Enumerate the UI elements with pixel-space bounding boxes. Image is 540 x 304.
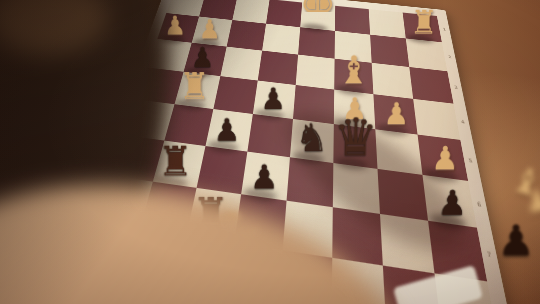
piece-white-rook-g4[interactable]: ♜ [179,68,210,105]
piece-white-pawn-g2[interactable]: ♟ [198,16,220,42]
square-b2[interactable] [370,35,409,67]
chess-photo-scene: hgfedcba12345678♚♜♜♝♟♟♟♟♟♚♛♜♜♞♟♟♟♟♟ ♟♟♝♟… [0,0,540,304]
piece-black-pawn-f5[interactable]: ♟ [214,115,240,146]
square-b3[interactable] [372,63,414,99]
square-e2[interactable] [262,24,300,55]
square-f6[interactable] [197,146,248,194]
piece-black-knight-d5[interactable]: ♞ [295,119,328,158]
piece-white-pawn-b4[interactable]: ♟ [383,99,409,129]
piece-white-pawn-a5[interactable]: ♟ [431,142,459,174]
piece-white-pawn-h2[interactable]: ♟ [164,12,186,38]
piece-black-pawn-a6[interactable]: ♟ [437,186,467,220]
square-c1[interactable] [335,6,370,35]
square-a3[interactable] [409,67,453,104]
square-f3[interactable] [220,47,262,81]
square-e5[interactable] [247,114,293,157]
square-d2[interactable] [298,27,335,58]
square-e3[interactable] [258,51,298,85]
piece-white-king-d1[interactable]: ♚ [299,0,336,27]
square-d3[interactable] [296,55,335,90]
piece-black-queen-c5[interactable]: ♛ [333,111,378,163]
piece-black-pawn-e4[interactable]: ♟ [261,84,286,114]
square-e1[interactable] [266,0,302,27]
square-f2[interactable] [227,20,266,51]
piece-black-pawn-e6[interactable]: ♟ [250,160,278,193]
square-b1[interactable] [369,9,406,38]
square-a4[interactable] [413,99,460,140]
piece-white-bishop-c3[interactable]: ♝ [338,51,371,89]
square-f4[interactable] [213,76,257,114]
piece-white-rook-a1[interactable]: ♜ [410,6,438,39]
